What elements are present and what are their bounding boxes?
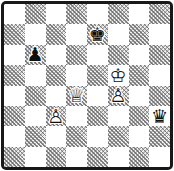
square-c2[interactable] [46, 126, 67, 146]
square-g2[interactable] [129, 126, 150, 146]
white-queen-glyph: ♕ [68, 86, 85, 105]
square-b3[interactable] [25, 106, 46, 126]
square-f3[interactable] [108, 106, 129, 126]
square-g7[interactable] [129, 24, 150, 44]
square-e3[interactable] [87, 106, 108, 126]
white-pawn-glyph: ♙ [110, 86, 127, 105]
square-f1[interactable] [108, 147, 129, 167]
square-h3[interactable]: ♛ [149, 106, 170, 126]
square-h7[interactable] [149, 24, 170, 44]
square-c1[interactable] [46, 147, 67, 167]
square-e1[interactable] [87, 147, 108, 167]
square-a5[interactable] [4, 65, 25, 85]
square-a7[interactable] [4, 24, 25, 44]
square-d7[interactable] [66, 24, 87, 44]
square-f4[interactable]: ♟♙ [108, 86, 129, 106]
white-king: ♚♔ [108, 65, 129, 85]
square-e2[interactable] [87, 126, 108, 146]
square-d6[interactable] [66, 45, 87, 65]
square-d5[interactable] [66, 65, 87, 85]
square-c3[interactable]: ♟♙ [46, 106, 67, 126]
square-f6[interactable] [108, 45, 129, 65]
square-f5[interactable]: ♚♔ [108, 65, 129, 85]
square-h2[interactable] [149, 126, 170, 146]
board-frame: ♚♟♚♔♛♕♟♙♟♙♛ [1, 1, 173, 170]
square-g1[interactable] [129, 147, 150, 167]
square-c6[interactable] [46, 45, 67, 65]
square-c8[interactable] [46, 4, 67, 24]
square-e5[interactable] [87, 65, 108, 85]
square-b6[interactable]: ♟ [25, 45, 46, 65]
square-e8[interactable] [87, 4, 108, 24]
square-f8[interactable] [108, 4, 129, 24]
square-b7[interactable] [25, 24, 46, 44]
square-c4[interactable] [46, 86, 67, 106]
square-a3[interactable] [4, 106, 25, 126]
square-g6[interactable] [129, 45, 150, 65]
square-d2[interactable] [66, 126, 87, 146]
square-g5[interactable] [129, 65, 150, 85]
square-e6[interactable] [87, 45, 108, 65]
white-pawn: ♟♙ [46, 106, 67, 126]
square-g8[interactable] [129, 4, 150, 24]
black-queen-glyph: ♛ [151, 107, 168, 126]
square-e7[interactable]: ♚ [87, 24, 108, 44]
black-king-glyph: ♚ [89, 25, 106, 44]
square-d8[interactable] [66, 4, 87, 24]
square-a8[interactable] [4, 4, 25, 24]
white-pawn-glyph: ♙ [47, 107, 64, 126]
square-d3[interactable] [66, 106, 87, 126]
black-pawn-glyph: ♟ [27, 45, 44, 64]
square-b5[interactable] [25, 65, 46, 85]
square-f2[interactable] [108, 126, 129, 146]
square-d1[interactable] [66, 147, 87, 167]
square-d4[interactable]: ♛♕ [66, 86, 87, 106]
chess-board: ♚♟♚♔♛♕♟♙♟♙♛ [4, 4, 170, 167]
black-king: ♚ [87, 24, 108, 44]
square-b8[interactable] [25, 4, 46, 24]
square-a4[interactable] [4, 86, 25, 106]
square-b2[interactable] [25, 126, 46, 146]
square-c7[interactable] [46, 24, 67, 44]
square-a6[interactable] [4, 45, 25, 65]
square-h6[interactable] [149, 45, 170, 65]
square-c5[interactable] [46, 65, 67, 85]
square-a2[interactable] [4, 126, 25, 146]
square-e4[interactable] [87, 86, 108, 106]
square-b1[interactable] [25, 147, 46, 167]
square-f7[interactable] [108, 24, 129, 44]
square-b4[interactable] [25, 86, 46, 106]
black-pawn: ♟ [25, 45, 46, 65]
black-queen: ♛ [149, 106, 170, 126]
square-h5[interactable] [149, 65, 170, 85]
white-queen: ♛♕ [66, 86, 87, 106]
square-g4[interactable] [129, 86, 150, 106]
white-king-glyph: ♔ [110, 66, 127, 85]
white-pawn: ♟♙ [108, 86, 129, 106]
square-h4[interactable] [149, 86, 170, 106]
square-a1[interactable] [4, 147, 25, 167]
square-h1[interactable] [149, 147, 170, 167]
square-g3[interactable] [129, 106, 150, 126]
square-h8[interactable] [149, 4, 170, 24]
